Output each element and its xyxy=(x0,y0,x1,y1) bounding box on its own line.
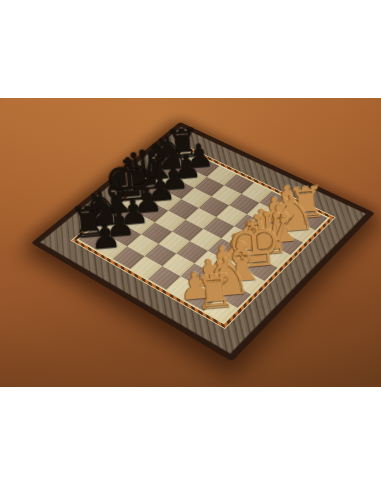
board-frame: ♜♟♟♜♞♟♟♞♝♟♟♝♛♟♟♛♚♟♟♚♝♟♟♝♞♟♟♞♜♟♟♜ xyxy=(31,122,375,362)
photo-3d-scene: ♜♟♟♜♞♟♟♞♝♟♟♝♛♟♟♛♚♟♟♚♝♟♟♝♞♟♟♞♜♟♟♜ xyxy=(0,98,381,387)
square-b1: ♞ xyxy=(284,221,315,243)
chessboard-photo: ♜♟♟♜♞♟♟♞♝♟♟♝♛♟♟♛♚♟♟♚♝♟♟♝♞♟♟♞♜♟♟♜ xyxy=(0,98,381,387)
frame-inlay-border: ♜♟♟♜♞♟♟♞♝♟♟♝♛♟♟♛♚♟♟♚♝♟♟♝♞♟♟♞♜♟♟♜ xyxy=(72,146,334,328)
chess-board: ♜♟♟♜♞♟♟♞♝♟♟♝♛♟♟♛♚♟♟♚♝♟♟♝♞♟♟♞♜♟♟♜ xyxy=(31,122,375,362)
board-grid: ♜♟♟♜♞♟♟♞♝♟♟♝♛♟♟♛♚♟♟♚♝♟♟♝♞♟♟♞♜♟♟♜ xyxy=(79,150,327,322)
chess-set-photo-page: ♜♟♟♜♞♟♟♞♝♟♟♝♛♟♟♛♚♟♟♚♝♟♟♝♞♟♟♞♜♟♟♜ xyxy=(0,0,381,492)
